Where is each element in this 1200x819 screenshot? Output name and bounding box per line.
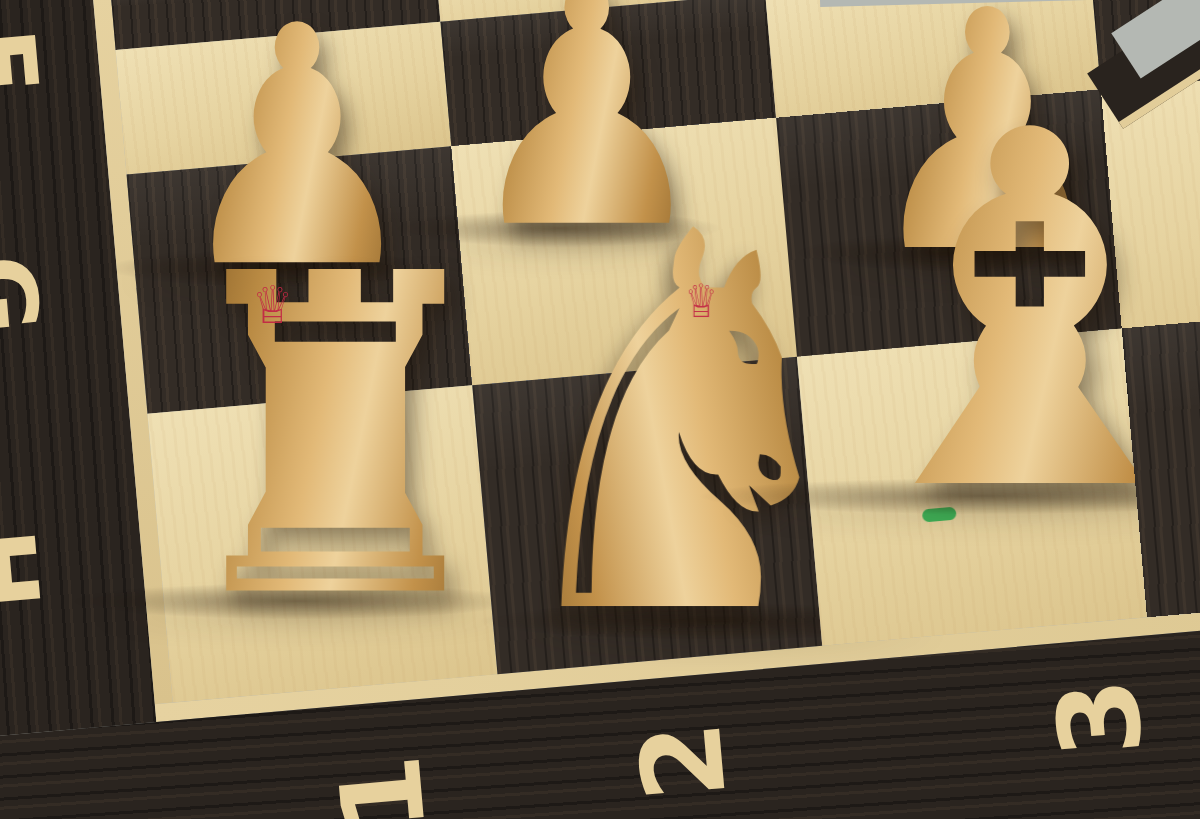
square-h2: ♞♕ — [472, 357, 822, 674]
square-h3: ♝ — [797, 328, 1147, 645]
chessboard: ♟ ♟ ♟ ♜♕ ♞♕ ♝ F G H 1 2 3 — [0, 0, 1200, 819]
chessboard-photo: ♟ ♟ ♟ ♜♕ ♞♕ ♝ F G H 1 2 3 — [0, 0, 1200, 819]
red-crown-mark-h2: ♕ — [685, 278, 718, 324]
rook-glyph: ♜ — [162, 267, 509, 610]
piece-white-rook-h1: ♜♕ — [162, 267, 509, 610]
square-h1: ♜♕ — [147, 385, 497, 702]
red-crown-mark-h1: ♕ — [252, 279, 293, 331]
